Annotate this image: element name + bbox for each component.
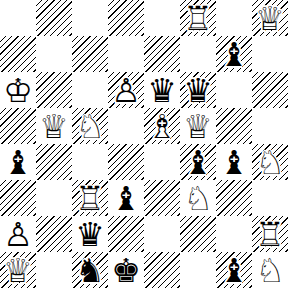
black-queen-fill-layer: ♛ [180,72,216,108]
white-queen-fill-layer: ♛ [36,108,72,144]
square-a5[interactable] [0,108,36,144]
square-e6[interactable]: ♛♛ [144,72,180,108]
square-c4[interactable] [72,144,108,180]
square-e4[interactable] [144,144,180,180]
square-g6[interactable] [216,72,252,108]
square-d3[interactable]: ♝♝ [108,180,144,216]
square-g4[interactable]: ♝♝ [216,144,252,180]
black-queen-icon: ♛ [144,72,180,108]
square-g3[interactable] [216,180,252,216]
square-f5[interactable]: ♛♕ [180,108,216,144]
square-c7[interactable] [72,36,108,72]
white-knight-fill-layer: ♞ [252,252,288,288]
square-c1[interactable]: ♞♞ [72,252,108,288]
chessboard: ♜♖♛♕♝♝♚♔♟♙♛♛♛♛♛♕♞♘♝♗♛♕♝♝♝♝♝♝♞♘♜♖♝♝♞♘♟♙♛♛… [0,0,288,288]
square-a3[interactable] [0,180,36,216]
black-queen-fill-layer: ♛ [144,72,180,108]
black-bishop-fill-layer: ♝ [0,144,36,180]
square-e3[interactable] [144,180,180,216]
square-g1[interactable]: ♝♝ [216,252,252,288]
square-b8[interactable] [36,0,72,36]
white-rook-fill-layer: ♜ [72,180,108,216]
square-g8[interactable] [216,0,252,36]
square-e8[interactable] [144,0,180,36]
black-queen-icon: ♛ [180,72,216,108]
square-d8[interactable] [108,0,144,36]
white-queen-icon: ♕ [180,108,216,144]
square-h5[interactable] [252,108,288,144]
square-f1[interactable] [180,252,216,288]
white-queen-fill-layer: ♛ [252,0,288,36]
black-bishop-icon: ♝ [216,144,252,180]
square-g5[interactable] [216,108,252,144]
white-knight-fill-layer: ♞ [72,108,108,144]
square-d2[interactable] [108,216,144,252]
square-d6[interactable]: ♟♙ [108,72,144,108]
black-bishop-fill-layer: ♝ [216,36,252,72]
square-f8[interactable]: ♜♖ [180,0,216,36]
chessboard-grid: ♜♖♛♕♝♝♚♔♟♙♛♛♛♛♛♕♞♘♝♗♛♕♝♝♝♝♝♝♞♘♜♖♝♝♞♘♟♙♛♛… [0,0,288,288]
square-h3[interactable] [252,180,288,216]
white-rook-fill-layer: ♜ [252,216,288,252]
white-knight-icon: ♘ [180,180,216,216]
black-bishop-icon: ♝ [180,144,216,180]
square-g7[interactable]: ♝♝ [216,36,252,72]
white-queen-icon: ♕ [0,252,36,288]
square-c2[interactable]: ♛♛ [72,216,108,252]
white-bishop-icon: ♗ [144,108,180,144]
square-a4[interactable]: ♝♝ [0,144,36,180]
black-king-fill-layer: ♚ [108,252,144,288]
white-knight-icon: ♘ [252,252,288,288]
square-h6[interactable] [252,72,288,108]
square-h1[interactable]: ♞♘ [252,252,288,288]
black-bishop-icon: ♝ [108,180,144,216]
white-queen-icon: ♕ [252,0,288,36]
white-knight-fill-layer: ♞ [252,144,288,180]
square-c8[interactable] [72,0,108,36]
square-b1[interactable] [36,252,72,288]
black-knight-fill-layer: ♞ [72,252,108,288]
white-pawn-icon: ♙ [108,72,144,108]
square-a1[interactable]: ♛♕ [0,252,36,288]
square-b2[interactable] [36,216,72,252]
square-e7[interactable] [144,36,180,72]
square-b3[interactable] [36,180,72,216]
square-c6[interactable] [72,72,108,108]
square-a8[interactable] [0,0,36,36]
black-bishop-fill-layer: ♝ [216,252,252,288]
white-rook-icon: ♖ [180,0,216,36]
square-f7[interactable] [180,36,216,72]
white-rook-fill-layer: ♜ [180,0,216,36]
square-h7[interactable] [252,36,288,72]
square-b6[interactable] [36,72,72,108]
white-king-fill-layer: ♚ [0,72,36,108]
square-h2[interactable]: ♜♖ [252,216,288,252]
square-b7[interactable] [36,36,72,72]
square-d7[interactable] [108,36,144,72]
square-c3[interactable]: ♜♖ [72,180,108,216]
square-f6[interactable]: ♛♛ [180,72,216,108]
square-a6[interactable]: ♚♔ [0,72,36,108]
square-a2[interactable]: ♟♙ [0,216,36,252]
white-pawn-icon: ♙ [0,216,36,252]
black-bishop-fill-layer: ♝ [180,144,216,180]
black-bishop-fill-layer: ♝ [216,144,252,180]
square-a7[interactable] [0,36,36,72]
black-queen-icon: ♛ [72,216,108,252]
square-g2[interactable] [216,216,252,252]
square-d4[interactable] [108,144,144,180]
white-rook-icon: ♖ [252,216,288,252]
square-e1[interactable] [144,252,180,288]
square-b5[interactable]: ♛♕ [36,108,72,144]
white-queen-icon: ♕ [36,108,72,144]
black-bishop-icon: ♝ [216,36,252,72]
white-pawn-fill-layer: ♟ [108,72,144,108]
square-d5[interactable] [108,108,144,144]
square-f4[interactable]: ♝♝ [180,144,216,180]
black-bishop-icon: ♝ [0,144,36,180]
white-rook-icon: ♖ [72,180,108,216]
white-queen-fill-layer: ♛ [0,252,36,288]
square-b4[interactable] [36,144,72,180]
white-pawn-fill-layer: ♟ [0,216,36,252]
square-e2[interactable] [144,216,180,252]
white-knight-fill-layer: ♞ [180,180,216,216]
white-queen-fill-layer: ♛ [180,108,216,144]
square-f2[interactable] [180,216,216,252]
square-h8[interactable]: ♛♕ [252,0,288,36]
black-knight-icon: ♞ [72,252,108,288]
black-bishop-icon: ♝ [216,252,252,288]
square-c5[interactable]: ♞♘ [72,108,108,144]
square-f3[interactable]: ♞♘ [180,180,216,216]
white-king-icon: ♔ [0,72,36,108]
black-king-icon: ♚ [108,252,144,288]
black-bishop-fill-layer: ♝ [108,180,144,216]
square-h4[interactable]: ♞♘ [252,144,288,180]
white-knight-icon: ♘ [72,108,108,144]
white-knight-icon: ♘ [252,144,288,180]
square-d1[interactable]: ♚♚ [108,252,144,288]
black-queen-fill-layer: ♛ [72,216,108,252]
white-bishop-fill-layer: ♝ [144,108,180,144]
square-e5[interactable]: ♝♗ [144,108,180,144]
